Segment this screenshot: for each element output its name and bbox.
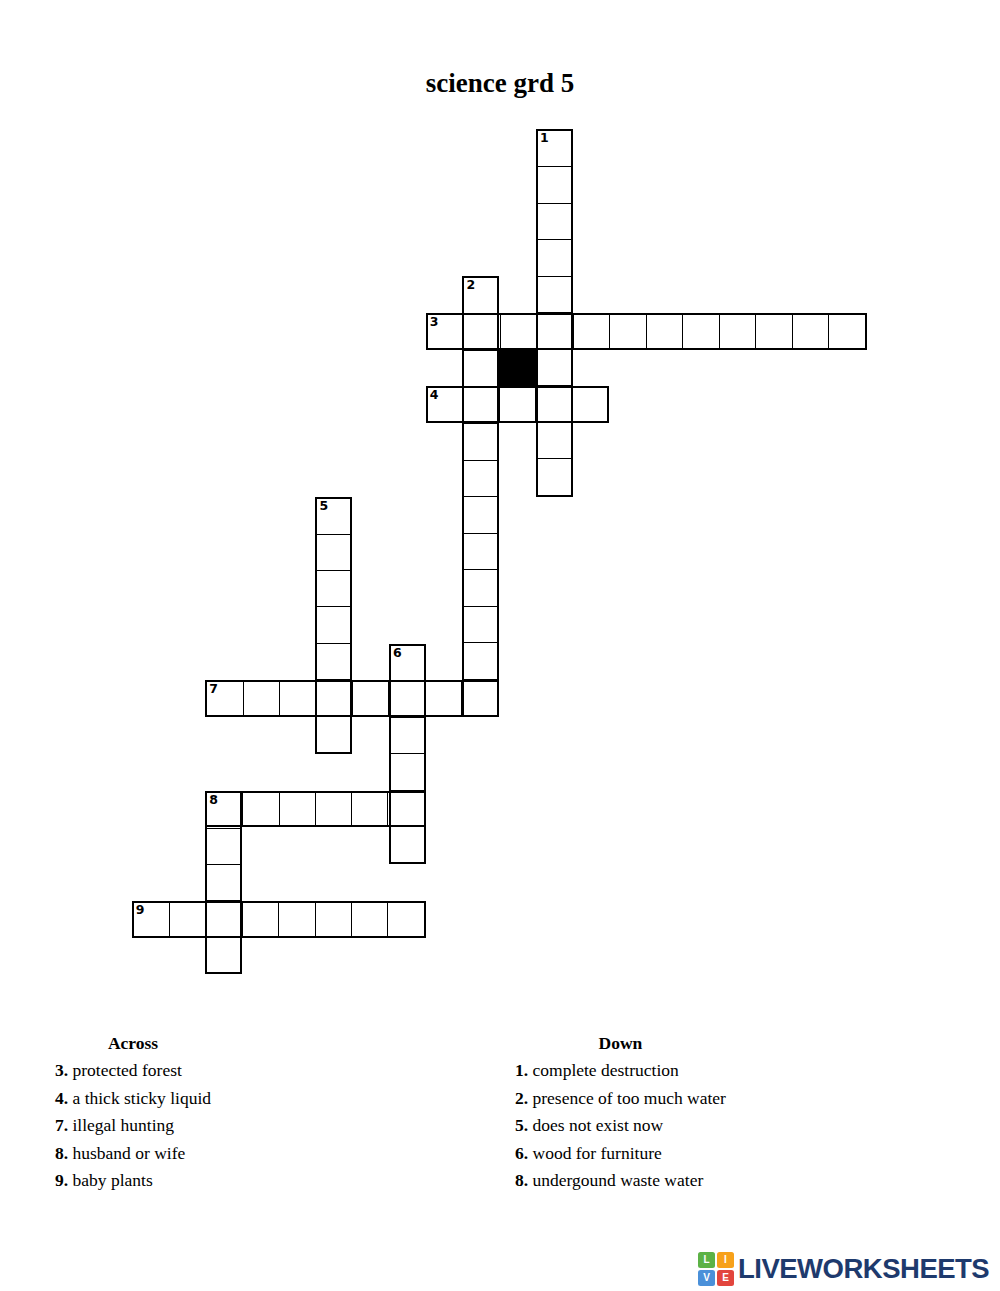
grid-cell[interactable] (391, 754, 424, 790)
clue-text: a thick sticky liquid (68, 1088, 211, 1108)
clue-number: 8. (55, 1143, 68, 1163)
clue-number: 4. (55, 1088, 68, 1108)
page-title: science grd 5 (0, 70, 1000, 97)
entry-8-down (205, 791, 242, 975)
grid-cell[interactable] (462, 682, 497, 715)
grid-cell[interactable] (207, 937, 240, 972)
grid-cell[interactable] (353, 682, 389, 715)
grid-cell[interactable] (352, 793, 388, 826)
grid-cell[interactable] (134, 903, 170, 936)
clue-text: wood for furniture (528, 1143, 662, 1163)
clue-item: 8. undergound waste water (515, 1167, 726, 1194)
clue-text: illegal hunting (68, 1115, 174, 1135)
liveworksheets-wordmark: LIVEWORKSHEETS (738, 1252, 989, 1286)
grid-cell[interactable] (207, 682, 243, 715)
grid-cell[interactable] (388, 903, 423, 936)
grid-cell[interactable] (391, 718, 424, 754)
down-clue-list: 1. complete destruction2. presence of to… (515, 1057, 726, 1194)
across-clues-column: Across 3. protected forest4. a thick sti… (55, 1030, 211, 1194)
across-heading: Across (55, 1030, 211, 1057)
clue-text: husband or wife (68, 1143, 185, 1163)
grid-cell[interactable] (425, 682, 461, 715)
grid-cell[interactable] (280, 793, 316, 826)
clue-item: 7. illegal hunting (55, 1112, 211, 1139)
clue-number: 6. (515, 1143, 528, 1163)
grid-cell[interactable] (464, 388, 500, 421)
grid-cell[interactable] (538, 459, 571, 494)
clue-text: baby plants (68, 1170, 153, 1190)
clue-number: 3. (55, 1060, 68, 1080)
grid-cell[interactable] (756, 315, 793, 348)
clue-text: presence of too much water (528, 1088, 726, 1108)
grid-cell[interactable] (464, 315, 501, 348)
clue-item: 4. a thick sticky liquid (55, 1085, 211, 1112)
grid-cell[interactable] (279, 903, 315, 936)
entry-3-across (426, 313, 867, 350)
grid-cell[interactable] (683, 315, 720, 348)
clue-number: 2. (515, 1088, 528, 1108)
clue-number: 9. (55, 1170, 68, 1190)
grid-cell[interactable] (206, 903, 242, 936)
grid-cell[interactable] (464, 570, 497, 607)
clue-text: complete destruction (528, 1060, 679, 1080)
clue-item: 6. wood for furniture (515, 1140, 726, 1167)
grid-cell[interactable] (538, 167, 571, 203)
grid-cell[interactable] (538, 240, 571, 276)
clue-item: 2. presence of too much water (515, 1085, 726, 1112)
grid-cell[interactable] (464, 351, 497, 388)
logo-square-l: L (698, 1252, 715, 1268)
grid-cell[interactable] (207, 865, 240, 901)
clue-number: 5. (515, 1115, 528, 1135)
clue-item: 5. does not exist now (515, 1112, 726, 1139)
grid-cell[interactable] (537, 315, 574, 348)
grid-cell[interactable] (538, 131, 571, 167)
grid-cell[interactable] (464, 424, 497, 461)
grid-cell[interactable] (720, 315, 757, 348)
black-cell (499, 350, 536, 387)
grid-cell[interactable] (244, 682, 280, 715)
logo-square-v: V (698, 1270, 715, 1286)
grid-cell[interactable] (316, 682, 352, 715)
grid-cell[interactable] (464, 278, 497, 315)
liveworksheets-icon: LIVE (698, 1252, 734, 1286)
clue-item: 9. baby plants (55, 1167, 211, 1194)
across-clue-list: 3. protected forest4. a thick sticky liq… (55, 1057, 211, 1194)
clue-item: 1. complete destruction (515, 1057, 726, 1084)
logo-square-e: E (717, 1270, 734, 1286)
grid-cell[interactable] (317, 716, 350, 751)
logo-square-i: I (717, 1252, 734, 1268)
grid-cell[interactable] (207, 829, 240, 865)
grid-cell[interactable] (428, 315, 465, 348)
liveworksheets-logo-link[interactable]: LIVE LIVEWORKSHEETS (698, 1252, 989, 1286)
entry-7-across (205, 680, 499, 717)
grid-cell[interactable] (170, 903, 206, 936)
grid-cell[interactable] (464, 607, 497, 644)
grid-cell[interactable] (610, 315, 647, 348)
clue-text: protected forest (68, 1060, 182, 1080)
clue-number: 1. (515, 1060, 528, 1080)
grid-cell[interactable] (388, 793, 423, 826)
grid-cell[interactable] (317, 535, 350, 571)
grid-cell[interactable] (572, 388, 607, 421)
grid-cell[interactable] (428, 388, 464, 421)
grid-cell[interactable] (317, 571, 350, 607)
grid-cell[interactable] (500, 388, 536, 421)
entry-6-down (389, 644, 426, 865)
grid-cell[interactable] (243, 793, 279, 826)
down-clues-column: Down 1. complete destruction2. presence … (515, 1030, 726, 1194)
grid-cell[interactable] (317, 607, 350, 643)
grid-cell[interactable] (647, 315, 684, 348)
grid-cell[interactable] (391, 646, 424, 682)
grid-cell[interactable] (538, 204, 571, 240)
grid-cell[interactable] (243, 903, 279, 936)
grid-cell[interactable] (464, 534, 497, 571)
down-heading: Down (515, 1030, 726, 1057)
clue-text: does not exist now (528, 1115, 663, 1135)
grid-cell[interactable] (317, 644, 350, 680)
grid-cell[interactable] (316, 903, 352, 936)
grid-cell[interactable] (538, 350, 571, 386)
grid-cell[interactable] (280, 682, 316, 715)
clue-number: 8. (515, 1170, 528, 1190)
grid-cell[interactable] (389, 682, 425, 715)
clue-number: 7. (55, 1115, 68, 1135)
grid-cell[interactable] (829, 315, 865, 348)
worksheet-page: science grd 5 123456789 Across 3. protec… (0, 0, 1000, 1291)
clue-item: 3. protected forest (55, 1057, 211, 1084)
clue-text: undergound waste water (528, 1170, 703, 1190)
grid-cell[interactable] (391, 827, 424, 862)
grid-cell[interactable] (464, 497, 497, 534)
grid-cell[interactable] (464, 461, 497, 498)
grid-cell[interactable] (352, 903, 388, 936)
clue-item: 8. husband or wife (55, 1140, 211, 1167)
grid-cell[interactable] (574, 315, 611, 348)
grid-cell[interactable] (793, 315, 830, 348)
entry-9-across (132, 901, 426, 938)
grid-cell[interactable] (207, 793, 240, 829)
grid-cell[interactable] (317, 499, 350, 535)
grid-cell[interactable] (316, 793, 352, 826)
entry-4-across (426, 386, 610, 423)
grid-cell[interactable] (538, 423, 571, 459)
grid-cell[interactable] (538, 277, 571, 313)
grid-cell[interactable] (464, 643, 497, 680)
grid-cell[interactable] (536, 388, 572, 421)
grid-cell[interactable] (501, 315, 538, 348)
